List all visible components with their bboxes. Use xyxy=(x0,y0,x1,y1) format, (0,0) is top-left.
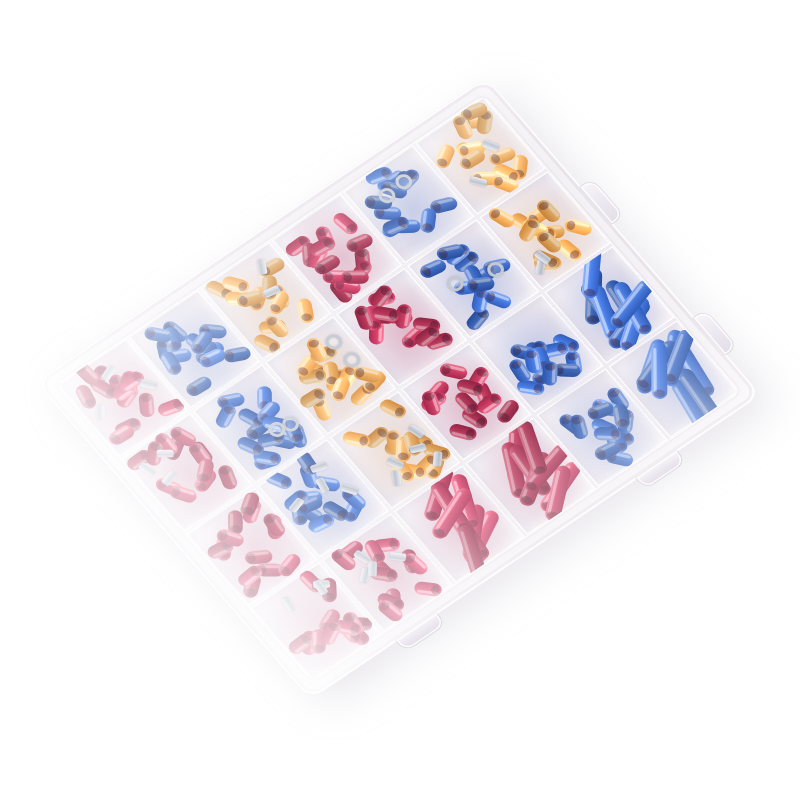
compartment-grid xyxy=(57,97,739,681)
latch-tab xyxy=(396,614,445,651)
blue-terminal xyxy=(542,361,558,386)
box-tray xyxy=(57,97,739,681)
product-photo xyxy=(0,0,800,800)
blue-terminal xyxy=(594,427,622,441)
metal-crimp-terminal xyxy=(369,561,378,576)
metal-crimp-terminal xyxy=(389,551,407,561)
metal-crimp-terminal xyxy=(96,404,105,419)
red-terminal xyxy=(341,270,369,283)
metal-crimp-terminal xyxy=(157,450,174,458)
metal-crimp-terminal xyxy=(432,451,442,467)
red-terminal xyxy=(139,393,156,418)
organizer-box xyxy=(35,77,761,700)
long-blue-terminal xyxy=(651,343,667,400)
latch-tab xyxy=(637,451,686,488)
